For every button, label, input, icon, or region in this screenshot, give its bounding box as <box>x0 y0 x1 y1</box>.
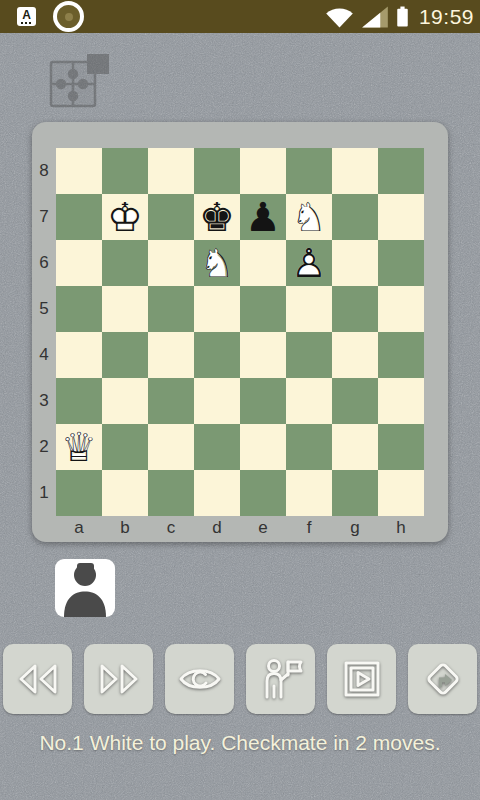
square-d5[interactable] <box>194 286 240 332</box>
square-f8[interactable] <box>286 148 332 194</box>
battery-icon <box>396 6 409 27</box>
square-b5[interactable] <box>102 286 148 332</box>
square-d3[interactable] <box>194 378 240 424</box>
square-g7[interactable] <box>332 194 378 240</box>
square-e5[interactable] <box>240 286 286 332</box>
file-label-f: f <box>286 516 332 542</box>
piece-black-king[interactable]: ♚ <box>194 194 240 240</box>
puzzle-caption: No.1 White to play. Checkmate in 2 moves… <box>0 731 480 755</box>
rewind-icon <box>14 655 62 703</box>
square-h1[interactable] <box>378 470 424 516</box>
rank-label-7: 7 <box>32 194 56 240</box>
square-b2[interactable] <box>102 424 148 470</box>
rank-label-8: 8 <box>32 148 56 194</box>
person-silhouette-icon <box>55 559 115 617</box>
square-b8[interactable] <box>102 148 148 194</box>
square-a7[interactable] <box>56 194 102 240</box>
piece-black-pawn[interactable]: ♟ <box>240 194 286 240</box>
file-label-h: h <box>378 516 424 542</box>
fast-forward-icon <box>95 655 143 703</box>
square-g2[interactable] <box>332 424 378 470</box>
referee-button[interactable] <box>246 644 315 714</box>
toolbar <box>0 644 480 714</box>
cell-signal-icon <box>361 6 389 28</box>
square-c1[interactable] <box>148 470 194 516</box>
square-e8[interactable] <box>240 148 286 194</box>
piece-white-knight[interactable]: ♞♘ <box>194 240 240 286</box>
input-method-a-icon: A <box>17 7 36 26</box>
square-b6[interactable] <box>102 240 148 286</box>
square-d6[interactable]: ♞♘ <box>194 240 240 286</box>
rank-label-1: 1 <box>32 470 56 516</box>
square-d4[interactable] <box>194 332 240 378</box>
square-e4[interactable] <box>240 332 286 378</box>
square-c3[interactable] <box>148 378 194 424</box>
square-h2[interactable] <box>378 424 424 470</box>
eye-icon <box>176 655 224 703</box>
autoplay-button[interactable] <box>327 644 396 714</box>
piece-white-king[interactable]: ♚♔ <box>102 194 148 240</box>
file-label-b: b <box>102 516 148 542</box>
rank-label-4: 4 <box>32 332 56 378</box>
wifi-icon <box>325 6 354 28</box>
square-b3[interactable] <box>102 378 148 424</box>
player-avatar[interactable] <box>55 559 115 617</box>
square-h8[interactable] <box>378 148 424 194</box>
square-f3[interactable] <box>286 378 332 424</box>
square-d1[interactable] <box>194 470 240 516</box>
square-g8[interactable] <box>332 148 378 194</box>
square-f7[interactable]: ♞♘ <box>286 194 332 240</box>
rank-labels: 87654321 <box>32 148 56 516</box>
square-a4[interactable] <box>56 332 102 378</box>
chess-board: 87654321 ♚♔♚♟♞♘♞♘♟♙♛♕ abcdefgh <box>32 122 448 542</box>
square-g5[interactable] <box>332 286 378 332</box>
square-c8[interactable] <box>148 148 194 194</box>
square-g4[interactable] <box>332 332 378 378</box>
square-a1[interactable] <box>56 470 102 516</box>
fast-forward-button[interactable] <box>84 644 153 714</box>
square-g6[interactable] <box>332 240 378 286</box>
square-e6[interactable] <box>240 240 286 286</box>
square-b1[interactable] <box>102 470 148 516</box>
record-circle-icon <box>53 1 84 32</box>
square-a3[interactable] <box>56 378 102 424</box>
piece-white-knight[interactable]: ♞♘ <box>286 194 332 240</box>
square-g1[interactable] <box>332 470 378 516</box>
square-f6[interactable]: ♟♙ <box>286 240 332 286</box>
square-f2[interactable] <box>286 424 332 470</box>
square-f1[interactable] <box>286 470 332 516</box>
file-label-d: d <box>194 516 240 542</box>
square-c4[interactable] <box>148 332 194 378</box>
show-solution-button[interactable] <box>165 644 234 714</box>
file-labels: abcdefgh <box>56 516 424 542</box>
square-a8[interactable] <box>56 148 102 194</box>
screen: A 19:59 <box>0 0 480 800</box>
square-b7[interactable]: ♚♔ <box>102 194 148 240</box>
square-f5[interactable] <box>286 286 332 332</box>
square-h3[interactable] <box>378 378 424 424</box>
file-label-g: g <box>332 516 378 542</box>
piece-white-pawn[interactable]: ♟♙ <box>286 240 332 286</box>
rewind-button[interactable] <box>3 644 72 714</box>
square-c6[interactable] <box>148 240 194 286</box>
clock-time: 19:59 <box>419 5 474 29</box>
rank-label-2: 2 <box>32 424 56 470</box>
square-f4[interactable] <box>286 332 332 378</box>
square-e1[interactable] <box>240 470 286 516</box>
file-label-a: a <box>56 516 102 542</box>
square-a6[interactable] <box>56 240 102 286</box>
square-a5[interactable] <box>56 286 102 332</box>
square-d8[interactable] <box>194 148 240 194</box>
status-bar: A 19:59 <box>0 0 480 33</box>
square-e3[interactable] <box>240 378 286 424</box>
square-h6[interactable] <box>378 240 424 286</box>
square-e2[interactable] <box>240 424 286 470</box>
square-a2[interactable]: ♛♕ <box>56 424 102 470</box>
piece-white-queen[interactable]: ♛♕ <box>56 424 102 470</box>
square-g3[interactable] <box>332 378 378 424</box>
rank-label-3: 3 <box>32 378 56 424</box>
next-route-button[interactable] <box>408 644 477 714</box>
board-squares: ♚♔♚♟♞♘♞♘♟♙♛♕ <box>56 148 424 516</box>
square-d2[interactable] <box>194 424 240 470</box>
square-h5[interactable] <box>378 286 424 332</box>
file-label-e: e <box>240 516 286 542</box>
play-box-icon <box>338 655 386 703</box>
puzzle-pieces-icon <box>49 54 111 112</box>
square-h7[interactable] <box>378 194 424 240</box>
square-c7[interactable] <box>148 194 194 240</box>
square-d7[interactable]: ♚ <box>194 194 240 240</box>
rank-label-5: 5 <box>32 286 56 332</box>
file-label-c: c <box>148 516 194 542</box>
square-c2[interactable] <box>148 424 194 470</box>
square-h4[interactable] <box>378 332 424 378</box>
square-b4[interactable] <box>102 332 148 378</box>
person-flag-icon <box>257 655 305 703</box>
rank-label-6: 6 <box>32 240 56 286</box>
square-e7[interactable]: ♟ <box>240 194 286 240</box>
turn-sign-icon <box>419 655 467 703</box>
square-c5[interactable] <box>148 286 194 332</box>
